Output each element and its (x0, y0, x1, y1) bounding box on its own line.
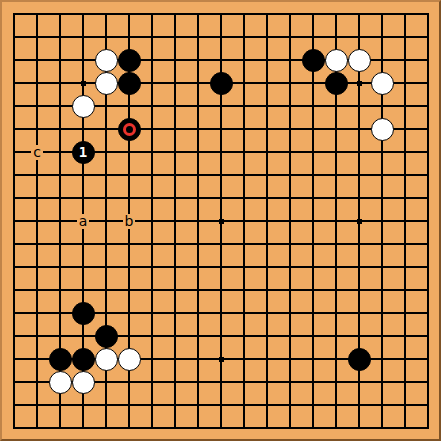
white-stone (72, 95, 95, 118)
label-a: a (77, 214, 90, 229)
black-stone (95, 325, 118, 348)
black-stone-marked (118, 118, 141, 141)
white-stone (118, 348, 141, 371)
label-b: b (123, 214, 136, 229)
white-stone (95, 49, 118, 72)
move-number: 1 (79, 145, 87, 159)
black-stone (49, 348, 72, 371)
black-stone (72, 348, 95, 371)
black-stone-move-1: 1 (72, 141, 95, 164)
board-surface: 1cab (2, 2, 439, 439)
white-stone (348, 49, 371, 72)
star-point (357, 219, 362, 224)
white-stone (95, 72, 118, 95)
black-stone (348, 348, 371, 371)
black-stone (325, 72, 348, 95)
go-board: 1cab (0, 0, 441, 441)
star-point (357, 81, 362, 86)
white-stone (95, 348, 118, 371)
white-stone (72, 371, 95, 394)
white-stone (49, 371, 72, 394)
white-stone (371, 118, 394, 141)
circle-marker (123, 123, 136, 136)
star-point (219, 219, 224, 224)
white-stone (371, 72, 394, 95)
black-stone (72, 302, 95, 325)
black-stone (118, 72, 141, 95)
star-point (81, 81, 86, 86)
board-grid: 1cab (3, 3, 440, 440)
black-stone (302, 49, 325, 72)
star-point (219, 357, 224, 362)
black-stone (210, 72, 233, 95)
label-c: c (31, 145, 43, 160)
white-stone (325, 49, 348, 72)
black-stone (118, 49, 141, 72)
